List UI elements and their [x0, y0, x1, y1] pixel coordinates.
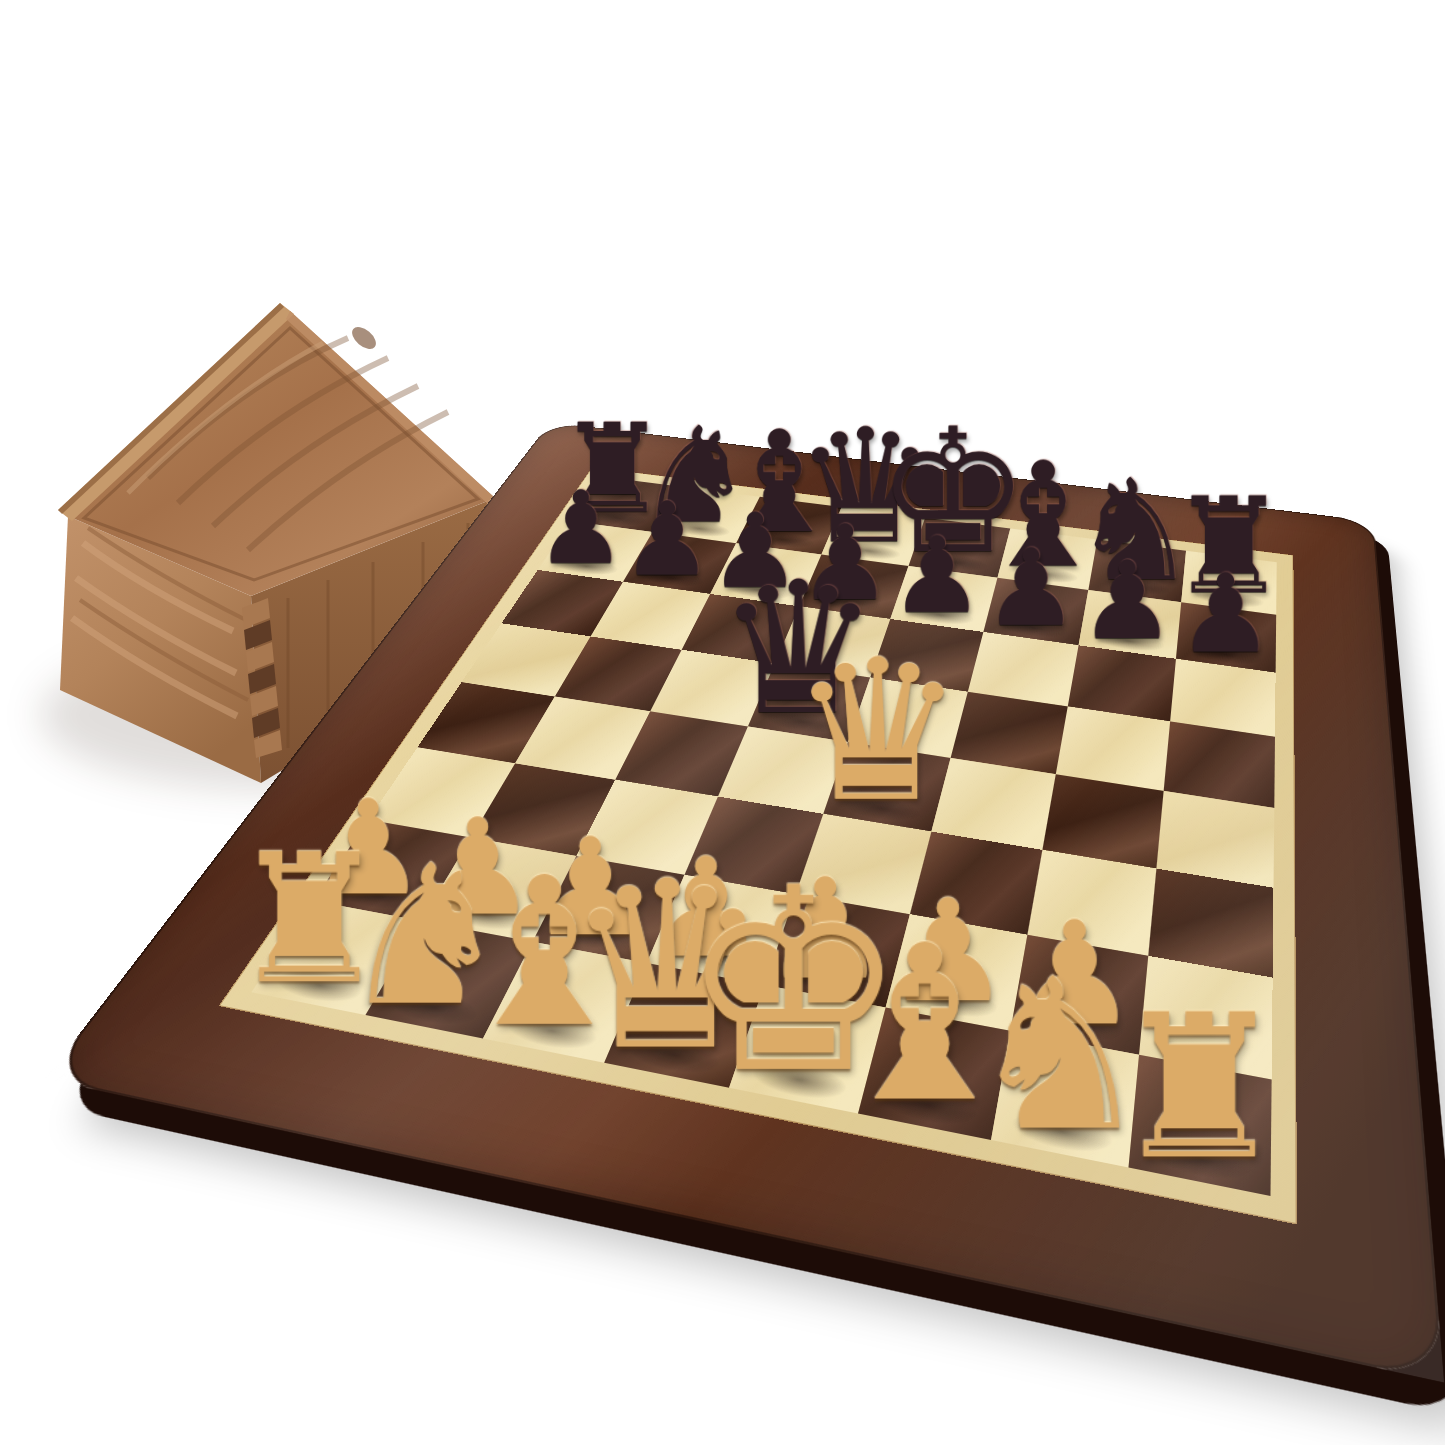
square-f7[interactable]: ♟: [983, 578, 1088, 645]
square-g6[interactable]: [1068, 645, 1176, 721]
piece-black-pawn-f7[interactable]: ♟: [983, 540, 1078, 638]
piece-black-pawn-g7[interactable]: ♟: [1079, 552, 1176, 651]
square-h1[interactable]: ♜: [1128, 1055, 1271, 1196]
piece-white-rook-h1[interactable]: ♜: [1110, 997, 1288, 1180]
piece-black-pawn-a7[interactable]: ♟: [536, 482, 626, 575]
piece-black-pawn-e7[interactable]: ♟: [890, 528, 984, 625]
square-h7[interactable]: ♟: [1176, 602, 1276, 673]
square-e4[interactable]: ♛: [823, 742, 950, 832]
square-h5[interactable]: [1164, 721, 1275, 808]
chess-set-product-photo: { "game": "chess", "position": { "fen": …: [0, 0, 1445, 1445]
board-grid: ♜♞♝♛♚♝♞♜♟♟♟♟♟♟♟♟♛♛♟♟♟♟♟♟♟♜♞♝♛♚♝♞♜: [251, 477, 1276, 1196]
square-f5[interactable]: [951, 692, 1068, 774]
piece-black-pawn-h7[interactable]: ♟: [1177, 564, 1275, 664]
board-maple-border: ♜♞♝♛♚♝♞♜♟♟♟♟♟♟♟♟♛♛♟♟♟♟♟♟♟♜♞♝♛♚♝♞♜: [220, 468, 1295, 1223]
piece-black-pawn-b7[interactable]: ♟: [621, 493, 712, 587]
square-g7[interactable]: ♟: [1079, 590, 1182, 659]
piece-white-queen-e4[interactable]: ♛: [790, 641, 965, 821]
